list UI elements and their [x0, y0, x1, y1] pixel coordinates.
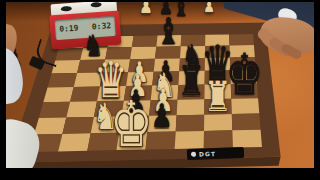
- square-r7c4: [146, 132, 176, 150]
- square-r0c6: [205, 34, 229, 46]
- square-r1c3: [130, 47, 156, 60]
- square-r6c7: [232, 114, 261, 131]
- square-r1c4: [155, 46, 181, 59]
- dgt-logo-plaque: DGT: [187, 147, 244, 160]
- square-r0c7: [229, 34, 254, 46]
- square-r3c5: [178, 71, 204, 85]
- square-r3c3: [126, 72, 154, 86]
- square-r5c7: [231, 98, 259, 114]
- square-r4c6: [204, 84, 231, 99]
- square-r0c5: [181, 35, 206, 47]
- square-r2c3: [128, 59, 155, 72]
- clock-time-left: 0:19: [59, 24, 79, 33]
- square-r0c3: [132, 36, 158, 48]
- square-r2c7: [230, 57, 256, 70]
- square-r4c3: [124, 86, 152, 101]
- square-r4c1: [70, 87, 100, 102]
- piece-shadow: [131, 95, 145, 98]
- square-r6c3: [119, 116, 149, 133]
- square-r4c4: [151, 85, 179, 100]
- square-r3c0: [48, 73, 78, 87]
- letterbox-right: [314, 0, 320, 180]
- square-r1c5: [180, 46, 205, 59]
- piece-shadow: [157, 94, 173, 98]
- square-r1c7: [230, 45, 255, 57]
- square-r3c7: [230, 70, 257, 84]
- square-r4c0: [43, 87, 73, 102]
- piece-shadow: [159, 80, 172, 83]
- letterbox-top: [0, 0, 320, 2]
- video-frame: DGT 0:19 0:32 ♝♞♞♟♟♛♛♟♞♜♚♟♟♜♞♟♚ ♟♟♟♝♟: [0, 0, 320, 180]
- clock-lcd: 0:19 0:32: [55, 16, 116, 40]
- clock-time-right: 0:32: [92, 22, 112, 31]
- square-r6c4: [147, 115, 176, 132]
- square-r6c5: [176, 115, 205, 132]
- square-r5c0: [39, 102, 70, 118]
- piece-shadow: [97, 127, 114, 131]
- piece-shadow: [117, 142, 146, 149]
- square-r3c1: [74, 73, 103, 87]
- piece-shadow: [86, 55, 100, 58]
- square-r7c6: [204, 130, 233, 148]
- letterbox-bottom: [0, 168, 320, 180]
- square-r3c4: [152, 71, 179, 85]
- square-r5c3: [122, 100, 151, 116]
- square-r6c2: [91, 116, 122, 133]
- dgt-logo-icon: [191, 152, 196, 157]
- piece-shadow: [133, 80, 146, 83]
- square-r5c5: [177, 99, 205, 115]
- square-r5c4: [149, 100, 178, 116]
- square-r5c1: [66, 101, 97, 117]
- square-r6c6: [204, 114, 232, 131]
- square-r2c1: [77, 60, 105, 74]
- square-r1c2: [105, 47, 132, 60]
- dgt-logo-text: DGT: [199, 150, 216, 157]
- square-r7c2: [87, 133, 119, 151]
- square-r1c6: [205, 46, 230, 58]
- letterbox-left: [0, 0, 6, 180]
- piece-shadow: [160, 41, 177, 45]
- square-r6c0: [34, 117, 66, 134]
- square-r6c1: [62, 117, 94, 134]
- square-r5c2: [94, 101, 124, 117]
- square-r3c2: [100, 72, 128, 86]
- square-r5c6: [204, 99, 232, 115]
- square-r2c6: [205, 58, 231, 71]
- square-r7c7: [232, 130, 262, 148]
- piece-shadow: [231, 91, 257, 97]
- square-r2c2: [103, 59, 131, 72]
- square-r7c5: [175, 131, 204, 149]
- square-r2c4: [154, 58, 180, 71]
- square-r7c1: [58, 133, 91, 151]
- dgt-chess-clock: 0:19 0:32: [48, 0, 121, 50]
